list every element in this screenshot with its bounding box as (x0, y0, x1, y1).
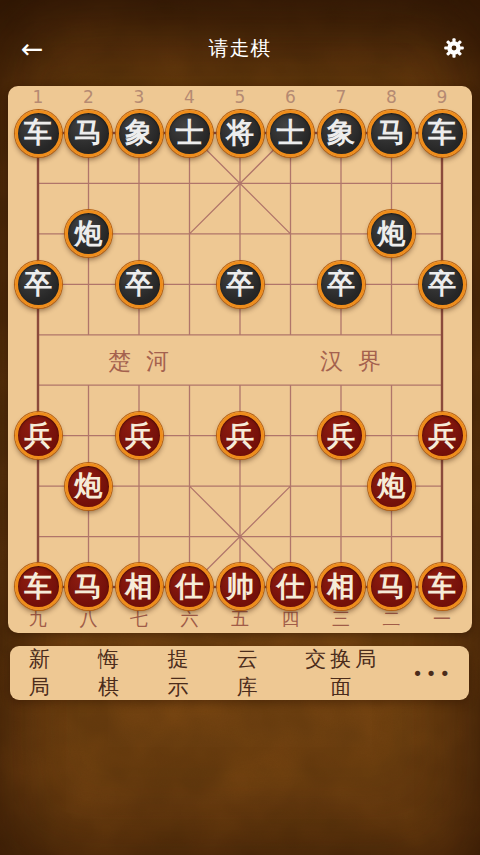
piece-red-soldier[interactable]: 兵 (419, 412, 466, 459)
board-cell: 炮 (366, 209, 417, 259)
board-cell: 卒 (13, 259, 64, 309)
coord-top-2: 2 (63, 87, 114, 107)
toolbar-button-new-game[interactable]: 新局 (17, 645, 65, 701)
piece-red-soldier[interactable]: 兵 (116, 412, 163, 459)
board-cell: 马 (366, 562, 417, 612)
coord-top-9: 9 (417, 87, 468, 107)
bottom-toolbar: 新局悔棋提示云库交换局面••• (10, 646, 469, 700)
board-cell: 相 (316, 562, 367, 612)
coord-top-3: 3 (114, 87, 165, 107)
board-cell: 仕 (265, 562, 316, 612)
board-cell: 马 (63, 108, 114, 158)
piece-black-soldier[interactable]: 卒 (116, 261, 163, 308)
board-cell: 兵 (417, 410, 468, 460)
coord-top-7: 7 (316, 87, 367, 107)
top-coordinates: 123456789 (13, 87, 468, 107)
board-cell: 士 (265, 108, 316, 158)
piece-black-cannon[interactable]: 炮 (65, 210, 112, 257)
board-cell: 象 (316, 108, 367, 158)
piece-red-horse[interactable]: 马 (368, 563, 415, 610)
piece-black-general[interactable]: 将 (217, 110, 264, 157)
piece-black-soldier[interactable]: 卒 (15, 261, 62, 308)
piece-black-horse[interactable]: 马 (368, 110, 415, 157)
piece-black-soldier[interactable]: 卒 (217, 261, 264, 308)
coord-top-1: 1 (13, 87, 64, 107)
board-cell: 将 (215, 108, 266, 158)
piece-black-soldier[interactable]: 卒 (419, 261, 466, 308)
board-cell: 卒 (417, 259, 468, 309)
piece-black-horse[interactable]: 马 (65, 110, 112, 157)
piece-red-horse[interactable]: 马 (65, 563, 112, 610)
board-cell: 帅 (215, 562, 266, 612)
board-cell: 兵 (13, 410, 64, 460)
board-cell: 车 (13, 562, 64, 612)
header: ← 请走棋 (0, 24, 480, 72)
board-cell: 车 (417, 108, 468, 158)
piece-red-cannon[interactable]: 炮 (65, 463, 112, 510)
toolbar-button-swap-position[interactable]: 交换局面 (294, 645, 391, 701)
page-title: 请走棋 (0, 35, 480, 62)
toolbar-button-cloud-library[interactable]: 云库 (225, 645, 273, 701)
board-cell: 卒 (114, 259, 165, 309)
board-cell: 马 (63, 562, 114, 612)
board-cell: 马 (366, 108, 417, 158)
settings-gear-icon[interactable] (442, 36, 466, 60)
xiangqi-app: ← 请走棋 123456789 九八七六五四三二一 楚河 汉界 (0, 0, 480, 855)
board-cell: 卒 (316, 259, 367, 309)
coord-top-6: 6 (265, 87, 316, 107)
pieces-grid: 车马象士将士象马车炮炮卒卒卒卒卒兵兵兵兵兵炮炮车马相仕帅仕相马车 (13, 108, 468, 612)
piece-black-advisor[interactable]: 士 (166, 110, 213, 157)
toolbar-button-hint[interactable]: 提示 (156, 645, 204, 701)
piece-black-elephant[interactable]: 象 (318, 110, 365, 157)
board-cell: 士 (164, 108, 215, 158)
board-cell: 炮 (366, 461, 417, 511)
piece-black-cannon[interactable]: 炮 (368, 210, 415, 257)
piece-red-soldier[interactable]: 兵 (217, 412, 264, 459)
board-cell: 兵 (316, 410, 367, 460)
board-cell: 炮 (63, 209, 114, 259)
board-cell: 炮 (63, 461, 114, 511)
piece-red-marshal[interactable]: 帅 (217, 563, 264, 610)
piece-red-advisor[interactable]: 仕 (267, 563, 314, 610)
piece-black-elephant[interactable]: 象 (116, 110, 163, 157)
piece-black-soldier[interactable]: 卒 (318, 261, 365, 308)
piece-red-elephant[interactable]: 相 (116, 563, 163, 610)
piece-red-chariot[interactable]: 车 (15, 563, 62, 610)
piece-red-soldier[interactable]: 兵 (318, 412, 365, 459)
board-cell: 兵 (114, 410, 165, 460)
board-cell: 兵 (215, 410, 266, 460)
board-cell: 车 (417, 562, 468, 612)
xiangqi-board[interactable]: 123456789 九八七六五四三二一 楚河 汉界 车马象士将士象马车炮炮卒卒卒… (8, 86, 472, 633)
board-cell: 车 (13, 108, 64, 158)
coord-top-8: 8 (366, 87, 417, 107)
piece-red-chariot[interactable]: 车 (419, 563, 466, 610)
board-cell: 卒 (215, 259, 266, 309)
board-cell: 相 (114, 562, 165, 612)
piece-black-chariot[interactable]: 车 (419, 110, 466, 157)
piece-red-cannon[interactable]: 炮 (368, 463, 415, 510)
piece-black-advisor[interactable]: 士 (267, 110, 314, 157)
coord-top-4: 4 (164, 87, 215, 107)
piece-red-soldier[interactable]: 兵 (15, 412, 62, 459)
more-options-button[interactable]: ••• (412, 663, 453, 684)
coord-top-5: 5 (215, 87, 266, 107)
piece-black-chariot[interactable]: 车 (15, 110, 62, 157)
toolbar-button-undo[interactable]: 悔棋 (86, 645, 134, 701)
piece-red-advisor[interactable]: 仕 (166, 563, 213, 610)
board-cell: 仕 (164, 562, 215, 612)
piece-red-elephant[interactable]: 相 (318, 563, 365, 610)
board-cell: 象 (114, 108, 165, 158)
